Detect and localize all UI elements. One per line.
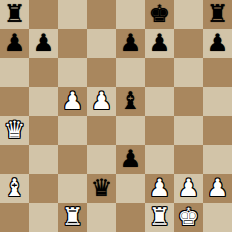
square-f7[interactable]: ♟ bbox=[145, 29, 174, 58]
square-d7[interactable] bbox=[87, 29, 116, 58]
square-h3[interactable] bbox=[203, 145, 232, 174]
black-bishop[interactable]: ♝ bbox=[120, 87, 142, 116]
square-b3[interactable] bbox=[29, 145, 58, 174]
square-f1[interactable]: ♜ bbox=[145, 203, 174, 232]
square-d2[interactable]: ♛ bbox=[87, 174, 116, 203]
square-a2[interactable]: ♝ bbox=[0, 174, 29, 203]
square-e6[interactable] bbox=[116, 58, 145, 87]
square-h5[interactable] bbox=[203, 87, 232, 116]
square-f4[interactable] bbox=[145, 116, 174, 145]
black-king[interactable]: ♚ bbox=[149, 0, 171, 29]
square-g3[interactable] bbox=[174, 145, 203, 174]
square-h8[interactable]: ♜ bbox=[203, 0, 232, 29]
square-c8[interactable] bbox=[58, 0, 87, 29]
square-f2[interactable]: ♟ bbox=[145, 174, 174, 203]
black-pawn[interactable]: ♟ bbox=[120, 29, 142, 58]
square-g8[interactable] bbox=[174, 0, 203, 29]
square-a7[interactable]: ♟ bbox=[0, 29, 29, 58]
square-e4[interactable] bbox=[116, 116, 145, 145]
white-rook[interactable]: ♜ bbox=[149, 203, 171, 232]
square-d3[interactable] bbox=[87, 145, 116, 174]
square-c1[interactable]: ♜ bbox=[58, 203, 87, 232]
square-d5[interactable]: ♟ bbox=[87, 87, 116, 116]
black-pawn[interactable]: ♟ bbox=[33, 29, 55, 58]
white-pawn[interactable]: ♟ bbox=[207, 174, 229, 203]
white-queen[interactable]: ♛ bbox=[4, 116, 26, 145]
square-a8[interactable]: ♜ bbox=[0, 0, 29, 29]
square-g7[interactable] bbox=[174, 29, 203, 58]
square-c3[interactable] bbox=[58, 145, 87, 174]
square-b2[interactable] bbox=[29, 174, 58, 203]
black-queen[interactable]: ♛ bbox=[91, 174, 113, 203]
black-pawn[interactable]: ♟ bbox=[120, 145, 142, 174]
square-b6[interactable] bbox=[29, 58, 58, 87]
square-d8[interactable] bbox=[87, 0, 116, 29]
square-a6[interactable] bbox=[0, 58, 29, 87]
white-rook[interactable]: ♜ bbox=[62, 203, 84, 232]
chess-board: ♜♚♜♟♟♟♟♟♟♟♝♛♟♝♛♟♟♟♜♜♚ bbox=[0, 0, 232, 232]
square-e2[interactable] bbox=[116, 174, 145, 203]
square-a3[interactable] bbox=[0, 145, 29, 174]
square-a1[interactable] bbox=[0, 203, 29, 232]
square-g6[interactable] bbox=[174, 58, 203, 87]
square-h6[interactable] bbox=[203, 58, 232, 87]
square-e5[interactable]: ♝ bbox=[116, 87, 145, 116]
square-e1[interactable] bbox=[116, 203, 145, 232]
square-g5[interactable] bbox=[174, 87, 203, 116]
white-pawn[interactable]: ♟ bbox=[149, 174, 171, 203]
square-h2[interactable]: ♟ bbox=[203, 174, 232, 203]
square-d6[interactable] bbox=[87, 58, 116, 87]
square-b1[interactable] bbox=[29, 203, 58, 232]
white-bishop[interactable]: ♝ bbox=[4, 174, 26, 203]
black-pawn[interactable]: ♟ bbox=[4, 29, 26, 58]
square-h1[interactable] bbox=[203, 203, 232, 232]
square-c5[interactable]: ♟ bbox=[58, 87, 87, 116]
black-rook[interactable]: ♜ bbox=[4, 0, 26, 29]
square-g1[interactable]: ♚ bbox=[174, 203, 203, 232]
black-pawn[interactable]: ♟ bbox=[149, 29, 171, 58]
square-g2[interactable]: ♟ bbox=[174, 174, 203, 203]
square-f8[interactable]: ♚ bbox=[145, 0, 174, 29]
square-a5[interactable] bbox=[0, 87, 29, 116]
square-h7[interactable]: ♟ bbox=[203, 29, 232, 58]
square-h4[interactable] bbox=[203, 116, 232, 145]
square-b5[interactable] bbox=[29, 87, 58, 116]
white-pawn[interactable]: ♟ bbox=[91, 87, 113, 116]
square-e8[interactable] bbox=[116, 0, 145, 29]
square-g4[interactable] bbox=[174, 116, 203, 145]
black-rook[interactable]: ♜ bbox=[207, 0, 229, 29]
square-f5[interactable] bbox=[145, 87, 174, 116]
square-d4[interactable] bbox=[87, 116, 116, 145]
square-c2[interactable] bbox=[58, 174, 87, 203]
square-b8[interactable] bbox=[29, 0, 58, 29]
white-pawn[interactable]: ♟ bbox=[178, 174, 200, 203]
square-c7[interactable] bbox=[58, 29, 87, 58]
white-pawn[interactable]: ♟ bbox=[62, 87, 84, 116]
white-king[interactable]: ♚ bbox=[178, 203, 200, 232]
square-b4[interactable] bbox=[29, 116, 58, 145]
square-f6[interactable] bbox=[145, 58, 174, 87]
square-a4[interactable]: ♛ bbox=[0, 116, 29, 145]
square-e7[interactable]: ♟ bbox=[116, 29, 145, 58]
square-b7[interactable]: ♟ bbox=[29, 29, 58, 58]
square-c4[interactable] bbox=[58, 116, 87, 145]
square-f3[interactable] bbox=[145, 145, 174, 174]
black-pawn[interactable]: ♟ bbox=[207, 29, 229, 58]
square-c6[interactable] bbox=[58, 58, 87, 87]
square-e3[interactable]: ♟ bbox=[116, 145, 145, 174]
square-d1[interactable] bbox=[87, 203, 116, 232]
